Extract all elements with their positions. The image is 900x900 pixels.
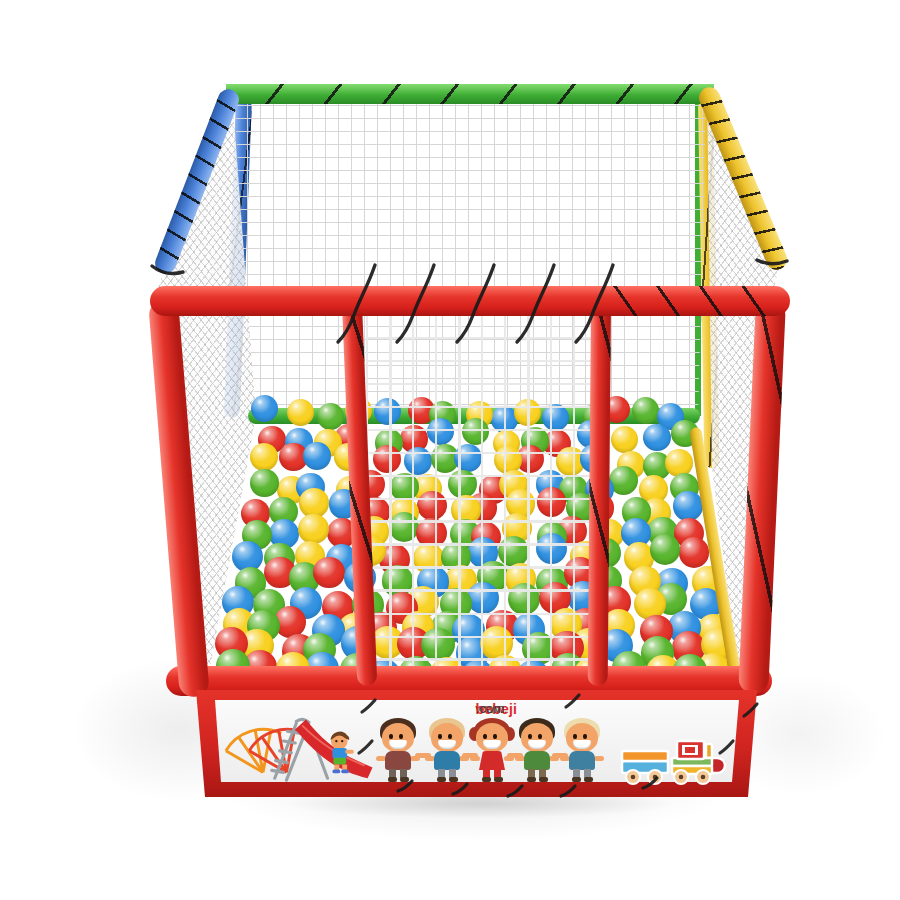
ball xyxy=(679,537,710,568)
toy-train-illustration xyxy=(620,738,732,788)
child-smile xyxy=(438,740,456,749)
ball-pool-product-image: www.bebeji.com xyxy=(0,0,900,900)
rope-spiral xyxy=(226,84,714,104)
top-back-rail xyxy=(226,84,714,104)
frame-middle-post-2 xyxy=(588,304,611,686)
ball xyxy=(303,442,331,470)
child-shirt xyxy=(479,751,505,770)
ball xyxy=(643,424,671,452)
child-shirt xyxy=(385,751,411,770)
ball xyxy=(632,397,659,424)
brand-url: www.bebeji.com xyxy=(398,701,553,718)
ball xyxy=(313,557,345,589)
ball xyxy=(298,514,328,544)
rope-rings xyxy=(588,304,611,686)
playground-slide-illustration xyxy=(222,700,392,788)
frame-top-rail xyxy=(150,286,790,316)
child-shirt xyxy=(569,751,595,770)
holding-hands xyxy=(552,753,568,758)
child-smile xyxy=(528,740,546,749)
child-figure xyxy=(377,718,419,782)
ball xyxy=(611,426,639,454)
brand-url-suffix: .com xyxy=(476,701,505,716)
child-shirt xyxy=(524,751,550,770)
holding-hands xyxy=(415,753,431,758)
child-smile xyxy=(389,740,407,749)
child-smile xyxy=(483,740,501,749)
child-figure xyxy=(426,718,468,782)
front-middle-net xyxy=(366,310,594,684)
holding-hands xyxy=(462,753,478,758)
ball xyxy=(251,395,278,422)
child-figure xyxy=(516,718,558,782)
children-illustration xyxy=(374,717,590,783)
ball xyxy=(250,469,279,498)
ball xyxy=(650,534,681,565)
holding-hands xyxy=(507,753,523,758)
ball xyxy=(287,399,314,426)
child-shirt xyxy=(434,751,460,770)
child-figure xyxy=(471,718,513,782)
ball xyxy=(250,443,278,471)
child-figure xyxy=(561,718,603,782)
child-smile xyxy=(573,740,591,749)
rope-spiral xyxy=(595,286,785,316)
ball xyxy=(673,491,703,521)
